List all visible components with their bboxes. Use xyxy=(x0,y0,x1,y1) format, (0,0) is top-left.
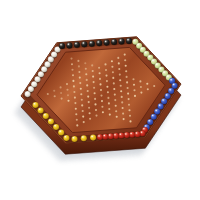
hole xyxy=(81,99,83,101)
hole xyxy=(121,96,123,98)
chinese-checkers-board xyxy=(0,0,200,200)
marble-glint xyxy=(134,40,136,42)
hole xyxy=(109,114,111,116)
hole xyxy=(127,87,129,89)
hole xyxy=(71,69,73,71)
marble-glint xyxy=(98,135,100,137)
hole xyxy=(94,98,96,100)
marble-glint xyxy=(60,44,62,46)
marble-yellow[interactable] xyxy=(43,113,49,119)
marble-glint xyxy=(127,39,129,41)
hole xyxy=(129,120,131,122)
hole xyxy=(67,100,69,102)
hole xyxy=(94,92,96,94)
hole xyxy=(108,102,110,104)
marble-yellow[interactable] xyxy=(53,124,59,130)
marble-glint xyxy=(34,103,36,105)
hole xyxy=(133,89,135,91)
hole xyxy=(100,89,102,91)
marble-yellow[interactable] xyxy=(32,102,38,108)
marble-glint xyxy=(167,75,169,77)
marble-glint xyxy=(82,136,84,138)
marble-black[interactable] xyxy=(118,38,124,44)
marble-glint xyxy=(125,133,127,135)
hole xyxy=(86,79,88,81)
marble-glint xyxy=(91,136,93,138)
marble-glint xyxy=(141,48,143,50)
hole xyxy=(111,66,113,68)
hole xyxy=(91,64,93,66)
marble-glint xyxy=(114,134,116,136)
marble-black[interactable] xyxy=(96,40,102,46)
hole xyxy=(101,106,103,108)
marble-glint xyxy=(160,68,162,70)
hole xyxy=(82,110,84,112)
hole xyxy=(121,101,123,103)
hole xyxy=(139,80,141,82)
hole xyxy=(114,94,116,96)
hole xyxy=(107,97,109,99)
hole xyxy=(106,80,108,82)
marble-glint xyxy=(120,39,122,41)
hole xyxy=(77,60,79,62)
hole xyxy=(108,108,110,110)
hole xyxy=(112,71,114,73)
hole xyxy=(115,105,117,107)
hole xyxy=(85,68,87,70)
marble-glint xyxy=(120,134,122,136)
hole xyxy=(100,95,102,97)
hole xyxy=(115,110,117,112)
hole xyxy=(125,65,127,67)
hole xyxy=(95,109,97,111)
hole xyxy=(78,71,80,73)
hole xyxy=(124,54,126,56)
hole xyxy=(132,78,134,80)
marble-black[interactable] xyxy=(66,42,72,48)
marble-black[interactable] xyxy=(104,40,110,46)
marble-glint xyxy=(36,77,38,79)
hole xyxy=(99,78,101,80)
hole xyxy=(76,119,78,121)
hole xyxy=(76,124,78,126)
hole xyxy=(105,69,107,71)
hole xyxy=(125,70,127,72)
hole xyxy=(99,72,101,74)
marble-glint xyxy=(173,84,175,86)
marble-yellow[interactable] xyxy=(58,129,64,135)
marble-glint xyxy=(145,52,147,54)
hole xyxy=(122,107,124,109)
hole xyxy=(123,118,125,120)
hole xyxy=(93,81,95,83)
hole xyxy=(83,121,85,123)
marble-glint xyxy=(56,48,58,50)
marble-glint xyxy=(149,56,151,58)
marble-blue[interactable] xyxy=(165,93,171,99)
hole xyxy=(80,93,82,95)
hole xyxy=(114,99,116,101)
hole xyxy=(85,73,87,75)
hole xyxy=(140,92,142,94)
hole xyxy=(73,85,75,87)
marble-glint xyxy=(143,128,145,130)
marble-glint xyxy=(49,120,51,122)
marble-blue[interactable] xyxy=(151,114,157,120)
hole xyxy=(92,76,94,78)
marble-glint xyxy=(44,114,46,116)
hole xyxy=(94,103,96,105)
hole xyxy=(118,68,120,70)
hole xyxy=(70,58,72,60)
marble-glint xyxy=(152,115,154,117)
hole xyxy=(92,70,94,72)
hole xyxy=(126,76,128,78)
hole xyxy=(47,93,49,95)
marble-blue[interactable] xyxy=(172,83,178,89)
hole xyxy=(54,95,56,97)
marble-glint xyxy=(145,125,147,127)
marble-glint xyxy=(68,43,70,45)
hole xyxy=(60,86,62,88)
marble-black[interactable] xyxy=(89,41,95,47)
marble-black[interactable] xyxy=(126,38,132,44)
hole xyxy=(60,92,62,94)
marble-glint xyxy=(152,60,154,62)
marble-yellow[interactable] xyxy=(63,135,69,141)
hole xyxy=(71,63,73,65)
hole xyxy=(128,98,130,100)
hole xyxy=(66,83,68,85)
hole xyxy=(119,74,121,76)
marble-black[interactable] xyxy=(81,41,87,47)
hole xyxy=(146,83,148,85)
hole xyxy=(113,88,115,90)
marble-glint xyxy=(73,137,75,139)
marble-blue[interactable] xyxy=(154,109,160,115)
hole xyxy=(119,79,121,81)
marble-yellow[interactable] xyxy=(48,118,54,124)
marble-black[interactable] xyxy=(111,39,117,45)
marble-glint xyxy=(137,44,139,46)
marble-glint xyxy=(169,89,171,91)
hole xyxy=(61,98,63,100)
hole xyxy=(89,118,91,120)
marble-yellow[interactable] xyxy=(71,136,77,142)
marble-glint xyxy=(29,87,31,89)
hole xyxy=(89,112,91,114)
marble-blue[interactable] xyxy=(147,119,153,125)
hole xyxy=(128,109,130,111)
marble-glint xyxy=(52,53,54,55)
hole xyxy=(105,75,107,77)
hole xyxy=(72,80,74,82)
hole xyxy=(84,62,86,64)
hole xyxy=(118,62,120,64)
marble-glint xyxy=(166,94,168,96)
product-photo xyxy=(0,0,200,200)
marble-glint xyxy=(49,57,51,59)
hole xyxy=(106,86,108,88)
hole xyxy=(128,104,130,106)
marble-red[interactable] xyxy=(97,134,103,140)
marble-glint xyxy=(42,67,44,69)
hole xyxy=(66,89,68,91)
marble-glint xyxy=(39,72,41,74)
hole xyxy=(78,65,80,67)
marble-glint xyxy=(141,132,143,134)
hole xyxy=(74,102,76,104)
hole xyxy=(75,108,77,110)
hole xyxy=(127,93,129,95)
marble-glint xyxy=(54,125,56,127)
hole xyxy=(153,85,155,87)
hole xyxy=(133,84,135,86)
hole xyxy=(88,101,90,103)
marble-glint xyxy=(32,82,34,84)
marble-glint xyxy=(136,132,138,134)
hole xyxy=(93,87,95,89)
hole xyxy=(95,115,97,117)
hole xyxy=(120,90,122,92)
marble-glint xyxy=(26,92,28,94)
hole xyxy=(101,100,103,102)
hole xyxy=(53,90,55,92)
hole xyxy=(102,111,104,113)
hole xyxy=(120,85,122,87)
hole xyxy=(82,116,84,118)
hole xyxy=(99,83,101,85)
marble-black[interactable] xyxy=(74,42,80,48)
marble-glint xyxy=(46,62,48,64)
marble-glint xyxy=(170,79,172,81)
hole xyxy=(67,94,69,96)
marble-glint xyxy=(112,40,114,42)
marble-blue[interactable] xyxy=(168,88,174,94)
marble-glint xyxy=(130,133,132,135)
hole xyxy=(117,57,119,59)
hole xyxy=(86,84,88,86)
hole xyxy=(124,59,126,61)
marble-glint xyxy=(65,136,67,138)
hole xyxy=(140,86,142,88)
marble-glint xyxy=(155,110,157,112)
hole xyxy=(79,82,81,84)
hole xyxy=(147,88,149,90)
marble-red[interactable] xyxy=(124,132,130,138)
hole xyxy=(111,60,113,62)
marble-glint xyxy=(59,131,61,133)
hole xyxy=(112,77,114,79)
hole xyxy=(79,77,81,79)
hole xyxy=(81,104,83,106)
hole xyxy=(75,113,77,115)
hole xyxy=(87,96,89,98)
marble-glint xyxy=(39,109,41,111)
hole xyxy=(129,115,131,117)
hole xyxy=(122,113,124,115)
marble-glint xyxy=(83,42,85,44)
marble-glint xyxy=(105,41,107,43)
marble-glint xyxy=(109,134,111,136)
marble-glint xyxy=(148,120,150,122)
hole xyxy=(72,74,74,76)
hole xyxy=(74,97,76,99)
hole xyxy=(80,88,82,90)
hole xyxy=(134,95,136,97)
marble-glint xyxy=(156,64,158,66)
marble-glint xyxy=(163,71,165,73)
marble-red[interactable] xyxy=(118,132,124,138)
marble-glint xyxy=(97,41,99,43)
marble-yellow[interactable] xyxy=(38,107,44,113)
hole xyxy=(107,91,109,93)
hole xyxy=(87,90,89,92)
hole xyxy=(104,63,106,65)
hole xyxy=(88,107,90,109)
hole xyxy=(116,116,118,118)
marble-yellow[interactable] xyxy=(81,135,87,141)
marble-red[interactable] xyxy=(134,131,140,137)
hole xyxy=(98,67,100,69)
marble-glint xyxy=(159,104,161,106)
marble-blue[interactable] xyxy=(161,98,167,104)
marble-black[interactable] xyxy=(59,43,65,49)
marble-blue[interactable] xyxy=(158,103,164,109)
marble-glint xyxy=(162,99,164,101)
marble-glint xyxy=(90,42,92,44)
marble-glint xyxy=(75,43,77,45)
hole xyxy=(113,82,115,84)
hole xyxy=(126,81,128,83)
marble-yellow[interactable] xyxy=(90,135,96,141)
hole xyxy=(73,91,75,93)
marble-red[interactable] xyxy=(108,133,114,139)
marble-glint xyxy=(104,135,106,137)
